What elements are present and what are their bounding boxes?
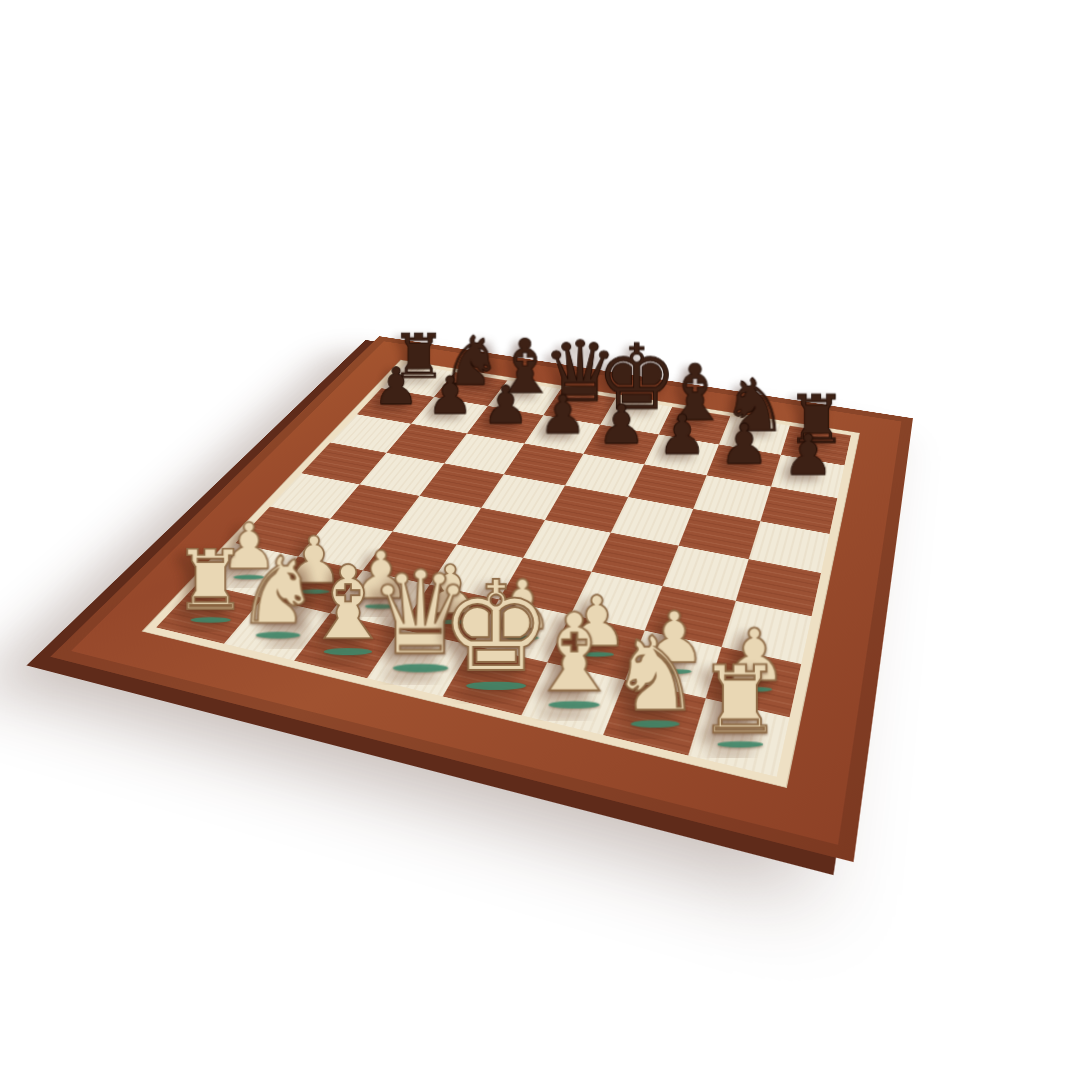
chess-board: ♜♞♝♛♚♝♞♜♟♟♟♟♟♟♟♟♟♟♟♟♟♟♟♟♜♞♝♛♚♝♞♜	[51, 336, 913, 862]
black-pawn-icon: ♟	[742, 427, 874, 484]
white-rook-icon: ♜	[651, 652, 829, 746]
product-photo-canvas: ♜♞♝♛♚♝♞♜♟♟♟♟♟♟♟♟♟♟♟♟♟♟♟♟♜♞♝♛♚♝♞♜	[0, 0, 1080, 1080]
pieces-layer: ♜♞♝♛♚♝♞♜♟♟♟♟♟♟♟♟♟♟♟♟♟♟♟♟♜♞♝♛♚♝♞♜	[51, 336, 913, 862]
